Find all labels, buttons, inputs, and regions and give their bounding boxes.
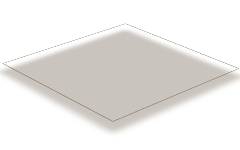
chess-board <box>2 24 239 122</box>
board-surface <box>2 24 239 122</box>
photo-scene <box>0 0 240 150</box>
